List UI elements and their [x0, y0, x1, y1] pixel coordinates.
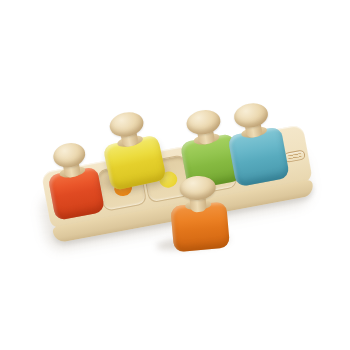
red-knob-cap: [51, 141, 87, 170]
red-block: [42, 139, 105, 225]
orange-knob-cap: [179, 174, 217, 201]
brand-plaque-engraving: [288, 153, 302, 159]
blue-knob-cap: [232, 101, 270, 131]
green-knob-cap: [185, 107, 223, 137]
product-photo-stage: [0, 0, 350, 350]
orange-block: [168, 174, 230, 255]
